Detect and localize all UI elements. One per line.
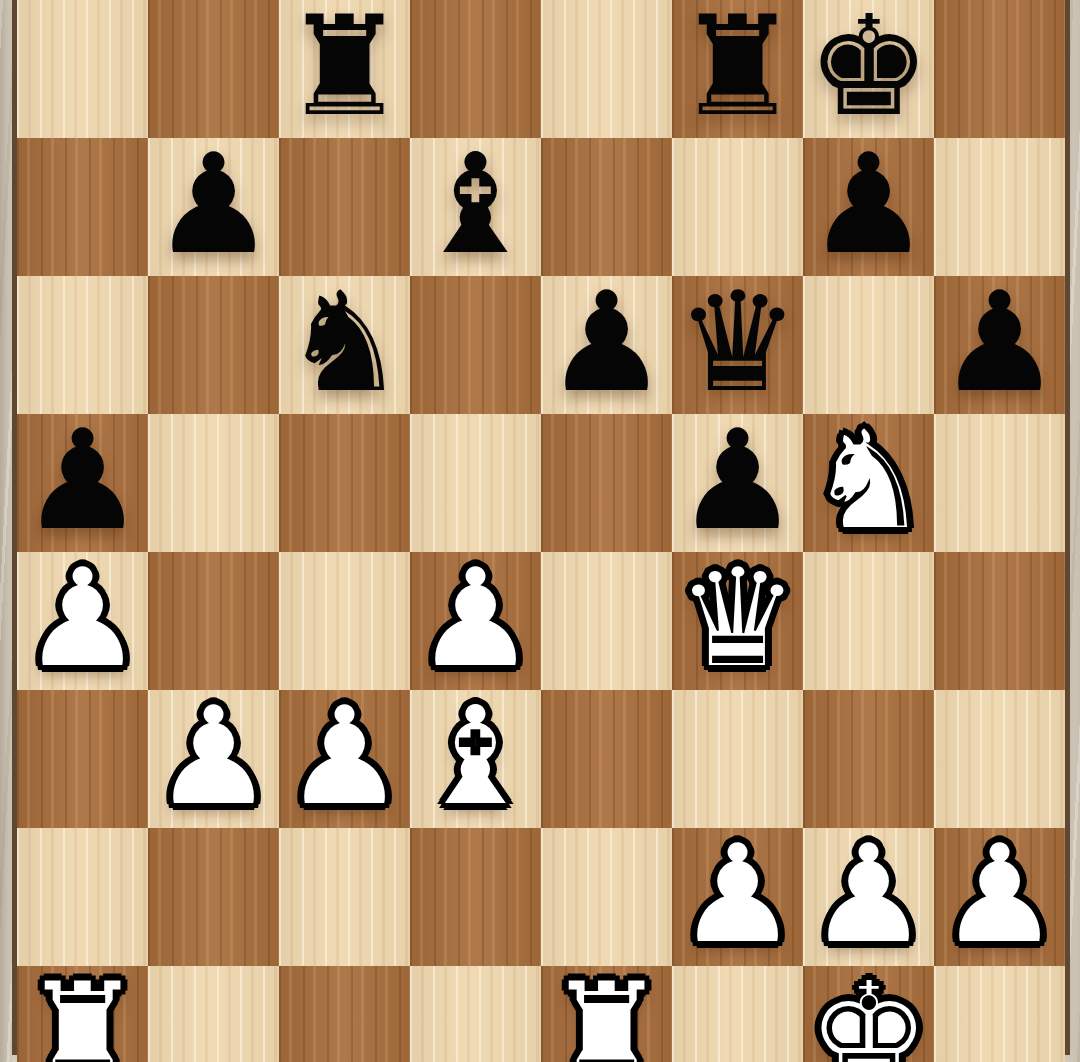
square-g5[interactable]: ♞: [803, 414, 934, 552]
square-h1[interactable]: [934, 966, 1065, 1062]
square-d3[interactable]: ♝: [410, 690, 541, 828]
square-e8[interactable]: [541, 0, 672, 138]
square-b7[interactable]: ♟: [148, 138, 279, 276]
black-pawn[interactable]: ♟: [152, 136, 276, 274]
square-d1[interactable]: [410, 966, 541, 1062]
square-a3[interactable]: [17, 690, 148, 828]
square-b8[interactable]: [148, 0, 279, 138]
square-g8[interactable]: ♚: [803, 0, 934, 138]
black-pawn[interactable]: ♟: [21, 412, 145, 550]
square-e6[interactable]: ♟: [541, 276, 672, 414]
white-pawn[interactable]: ♟: [676, 826, 800, 964]
square-f7[interactable]: [672, 138, 803, 276]
square-f2[interactable]: ♟: [672, 828, 803, 966]
square-c8[interactable]: ♜: [279, 0, 410, 138]
square-a1[interactable]: ♜: [17, 966, 148, 1062]
black-queen[interactable]: ♛: [676, 274, 800, 412]
black-king[interactable]: ♚: [807, 0, 931, 136]
square-b2[interactable]: [148, 828, 279, 966]
black-pawn[interactable]: ♟: [807, 136, 931, 274]
white-queen[interactable]: ♛: [676, 550, 800, 688]
square-a4[interactable]: ♟: [17, 552, 148, 690]
square-e3[interactable]: [541, 690, 672, 828]
square-g3[interactable]: [803, 690, 934, 828]
square-c5[interactable]: [279, 414, 410, 552]
square-c1[interactable]: [279, 966, 410, 1062]
square-e4[interactable]: [541, 552, 672, 690]
square-a2[interactable]: [17, 828, 148, 966]
black-knight[interactable]: ♞: [283, 274, 407, 412]
white-pawn[interactable]: ♟: [283, 688, 407, 826]
square-d6[interactable]: [410, 276, 541, 414]
square-f8[interactable]: ♜: [672, 0, 803, 138]
black-rook[interactable]: ♜: [283, 0, 407, 136]
square-g7[interactable]: ♟: [803, 138, 934, 276]
square-f4[interactable]: ♛: [672, 552, 803, 690]
square-d5[interactable]: [410, 414, 541, 552]
square-b6[interactable]: [148, 276, 279, 414]
square-f3[interactable]: [672, 690, 803, 828]
square-g4[interactable]: [803, 552, 934, 690]
square-a6[interactable]: [17, 276, 148, 414]
square-a5[interactable]: ♟: [17, 414, 148, 552]
white-rook[interactable]: ♜: [21, 964, 145, 1062]
square-h2[interactable]: ♟: [934, 828, 1065, 966]
square-b1[interactable]: [148, 966, 279, 1062]
square-h7[interactable]: [934, 138, 1065, 276]
white-pawn[interactable]: ♟: [152, 688, 276, 826]
square-e2[interactable]: [541, 828, 672, 966]
square-b5[interactable]: [148, 414, 279, 552]
black-rook[interactable]: ♜: [676, 0, 800, 136]
square-h8[interactable]: [934, 0, 1065, 138]
square-d4[interactable]: ♟: [410, 552, 541, 690]
black-bishop[interactable]: ♝: [414, 136, 538, 274]
square-h5[interactable]: [934, 414, 1065, 552]
white-pawn[interactable]: ♟: [21, 550, 145, 688]
square-f1[interactable]: [672, 966, 803, 1062]
square-e7[interactable]: [541, 138, 672, 276]
square-e5[interactable]: [541, 414, 672, 552]
chess-board: ♜♜♚♟♝♟♞♟♛♟♟♟♞♟♟♛♟♟♝♟♟♟♜♜♚: [17, 0, 1065, 1050]
square-b3[interactable]: ♟: [148, 690, 279, 828]
square-h4[interactable]: [934, 552, 1065, 690]
square-g1[interactable]: ♚: [803, 966, 934, 1062]
white-bishop[interactable]: ♝: [414, 688, 538, 826]
square-c3[interactable]: ♟: [279, 690, 410, 828]
square-c4[interactable]: [279, 552, 410, 690]
square-c2[interactable]: [279, 828, 410, 966]
square-c7[interactable]: [279, 138, 410, 276]
square-f5[interactable]: ♟: [672, 414, 803, 552]
square-g6[interactable]: [803, 276, 934, 414]
square-a8[interactable]: [17, 0, 148, 138]
white-pawn[interactable]: ♟: [807, 826, 931, 964]
square-d7[interactable]: ♝: [410, 138, 541, 276]
square-d8[interactable]: [410, 0, 541, 138]
white-pawn[interactable]: ♟: [414, 550, 538, 688]
square-h3[interactable]: [934, 690, 1065, 828]
black-pawn[interactable]: ♟: [545, 274, 669, 412]
white-king[interactable]: ♚: [807, 964, 931, 1062]
white-pawn[interactable]: ♟: [938, 826, 1062, 964]
square-e1[interactable]: ♜: [541, 966, 672, 1062]
square-h6[interactable]: ♟: [934, 276, 1065, 414]
square-b4[interactable]: [148, 552, 279, 690]
page-background: { "game": "chess", "position": { "fen": …: [0, 0, 1080, 1062]
black-pawn[interactable]: ♟: [676, 412, 800, 550]
square-g2[interactable]: ♟: [803, 828, 934, 966]
square-c6[interactable]: ♞: [279, 276, 410, 414]
white-knight[interactable]: ♞: [807, 412, 931, 550]
square-f6[interactable]: ♛: [672, 276, 803, 414]
white-rook[interactable]: ♜: [545, 964, 669, 1062]
square-a7[interactable]: [17, 138, 148, 276]
square-d2[interactable]: [410, 828, 541, 966]
black-pawn[interactable]: ♟: [938, 274, 1062, 412]
